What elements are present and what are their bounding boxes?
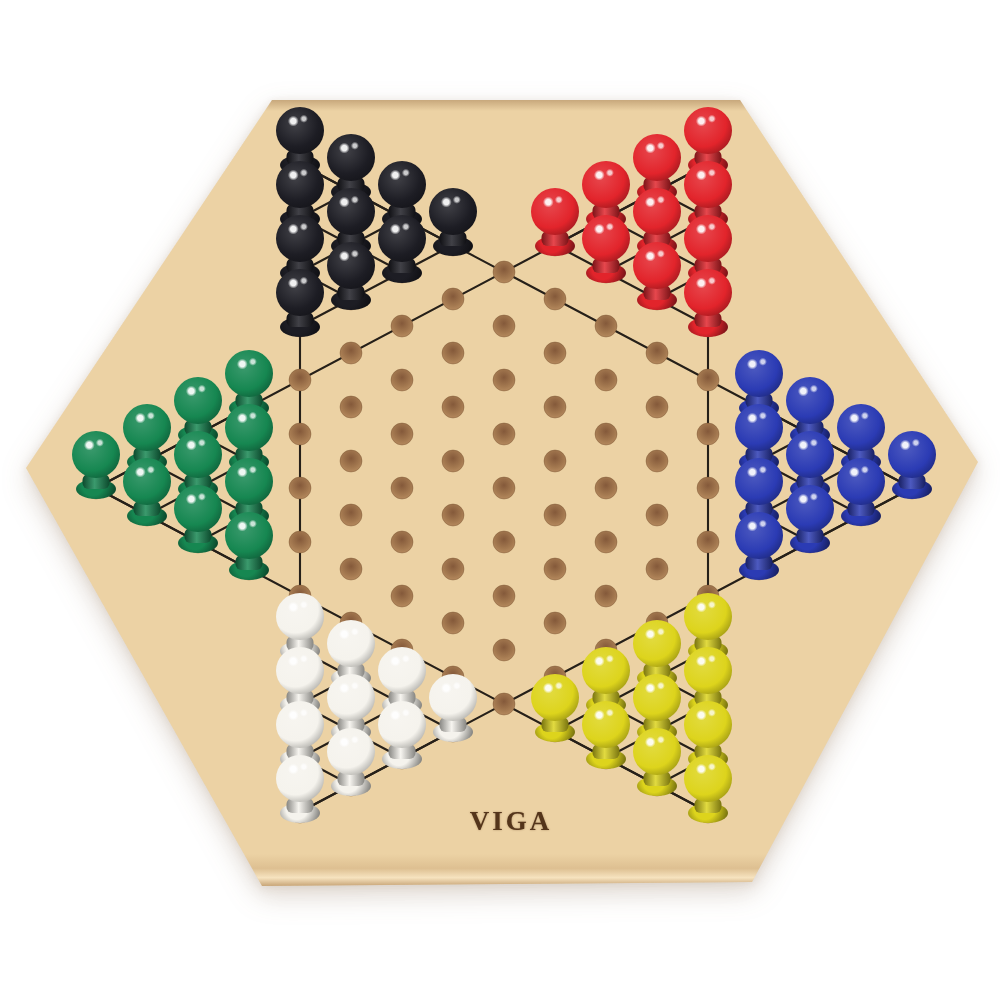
peg-head [837, 458, 885, 505]
peg-head [429, 188, 477, 235]
peg-head [786, 377, 834, 424]
peg-head [327, 674, 375, 721]
peg-head [684, 269, 732, 316]
peg-head [276, 269, 324, 316]
peg-head [684, 107, 732, 154]
peg-yellow[interactable] [579, 701, 633, 769]
pegs-layer [0, 0, 1000, 1000]
peg-head [174, 485, 222, 532]
peg-black[interactable] [426, 188, 480, 256]
peg-head [378, 215, 426, 262]
peg-white[interactable] [324, 728, 378, 796]
peg-head [327, 620, 375, 667]
peg-head [327, 242, 375, 289]
peg-green[interactable] [120, 458, 174, 526]
peg-head [276, 161, 324, 208]
peg-head [684, 161, 732, 208]
peg-blue[interactable] [732, 512, 786, 580]
peg-head [123, 404, 171, 451]
product-photo: VIGA [0, 0, 1000, 1000]
peg-head [582, 701, 630, 748]
peg-head [633, 242, 681, 289]
peg-head [582, 215, 630, 262]
peg-head [276, 647, 324, 694]
peg-head [735, 404, 783, 451]
peg-head [378, 161, 426, 208]
peg-head [684, 755, 732, 802]
peg-head [633, 728, 681, 775]
peg-head [174, 431, 222, 478]
peg-yellow[interactable] [681, 755, 735, 823]
peg-head [684, 215, 732, 262]
peg-blue[interactable] [783, 485, 837, 553]
peg-head [276, 215, 324, 262]
peg-head [429, 674, 477, 721]
peg-head [123, 458, 171, 505]
peg-white[interactable] [375, 701, 429, 769]
peg-head [72, 431, 120, 478]
peg-yellow[interactable] [528, 674, 582, 742]
peg-red[interactable] [528, 188, 582, 256]
peg-head [735, 458, 783, 505]
brand-logo: VIGA [470, 806, 553, 837]
peg-red[interactable] [579, 215, 633, 283]
board-shadow: VIGA [0, 0, 1000, 1000]
peg-head [735, 350, 783, 397]
peg-red[interactable] [681, 269, 735, 337]
peg-head [327, 728, 375, 775]
peg-head [633, 134, 681, 181]
peg-head [888, 431, 936, 478]
peg-head [582, 161, 630, 208]
game-board: VIGA [0, 0, 1000, 1000]
peg-head [225, 350, 273, 397]
peg-white[interactable] [426, 674, 480, 742]
peg-head [531, 674, 579, 721]
peg-head [225, 512, 273, 559]
peg-head [786, 431, 834, 478]
peg-head [276, 107, 324, 154]
peg-yellow[interactable] [630, 728, 684, 796]
peg-head [225, 458, 273, 505]
peg-head [837, 404, 885, 451]
peg-head [735, 512, 783, 559]
peg-head [276, 593, 324, 640]
peg-head [633, 188, 681, 235]
peg-head [327, 134, 375, 181]
peg-head [531, 188, 579, 235]
peg-blue[interactable] [834, 458, 888, 526]
peg-head [684, 593, 732, 640]
peg-blue[interactable] [885, 431, 939, 499]
peg-head [276, 701, 324, 748]
peg-green[interactable] [171, 485, 225, 553]
peg-head [225, 404, 273, 451]
peg-head [582, 647, 630, 694]
peg-red[interactable] [630, 242, 684, 310]
peg-head [633, 674, 681, 721]
peg-green[interactable] [222, 512, 276, 580]
peg-green[interactable] [69, 431, 123, 499]
peg-head [786, 485, 834, 532]
peg-head [684, 701, 732, 748]
peg-head [276, 755, 324, 802]
peg-head [174, 377, 222, 424]
peg-black[interactable] [324, 242, 378, 310]
peg-head [633, 620, 681, 667]
peg-head [378, 701, 426, 748]
peg-white[interactable] [273, 755, 327, 823]
peg-black[interactable] [375, 215, 429, 283]
peg-head [684, 647, 732, 694]
peg-black[interactable] [273, 269, 327, 337]
peg-head [327, 188, 375, 235]
peg-head [378, 647, 426, 694]
